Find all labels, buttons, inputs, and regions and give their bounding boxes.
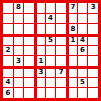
cell-r1c6-empty[interactable] (56, 3, 66, 13)
cell-r3c3-empty[interactable] (24, 24, 34, 34)
cell-r4c8-given-4[interactable]: 4 (78, 35, 88, 45)
cell-r7c9-empty[interactable] (88, 67, 98, 77)
cell-r3c7-given-8[interactable]: 8 (67, 24, 77, 34)
cell-r1c7-given-7[interactable]: 7 (67, 3, 77, 13)
cell-r3c4-empty[interactable] (35, 24, 45, 34)
cell-r7c4-given-3[interactable]: 3 (35, 67, 45, 77)
cell-r8c1-given-4[interactable]: 4 (3, 78, 13, 88)
cell-r4c9-empty[interactable] (88, 35, 98, 45)
cell-r9c3-empty[interactable] (24, 88, 34, 98)
cell-r6c8-empty[interactable] (78, 56, 88, 66)
cell-r4c3-empty[interactable] (24, 35, 34, 45)
cell-r1c1-empty[interactable] (3, 3, 13, 13)
cell-r4c1-empty[interactable] (3, 35, 13, 45)
cell-r4c2-empty[interactable] (14, 35, 24, 45)
cell-r8c5-empty[interactable] (46, 78, 56, 88)
cell-r9c7-empty[interactable] (67, 88, 77, 98)
cell-r9c5-empty[interactable] (46, 88, 56, 98)
cell-r8c8-given-5[interactable]: 5 (78, 78, 88, 88)
cell-r8c7-empty[interactable] (67, 78, 77, 88)
cell-r5c7-empty[interactable] (67, 46, 77, 56)
cell-r1c2-given-8[interactable]: 8 (14, 3, 24, 13)
cell-r5c8-given-6[interactable]: 6 (78, 46, 88, 56)
cell-r3c6-empty[interactable] (56, 24, 66, 34)
cell-r4c7-given-1[interactable]: 1 (67, 35, 77, 45)
cell-r8c3-empty[interactable] (24, 78, 34, 88)
cell-r5c5-empty[interactable] (46, 46, 56, 56)
cell-r7c2-empty[interactable] (14, 67, 24, 77)
cell-r7c3-empty[interactable] (24, 67, 34, 77)
cell-r2c7-empty[interactable] (67, 14, 77, 24)
cell-r9c6-empty[interactable] (56, 88, 66, 98)
cell-r2c8-empty[interactable] (78, 14, 88, 24)
cell-r8c6-empty[interactable] (56, 78, 66, 88)
cell-r3c9-empty[interactable] (88, 24, 98, 34)
cell-r3c2-empty[interactable] (14, 24, 24, 34)
cell-r6c5-empty[interactable] (46, 56, 56, 66)
cell-r6c7-empty[interactable] (67, 56, 77, 66)
sudoku-board: 87348514263137456 (0, 0, 101, 101)
cell-r6c9-empty[interactable] (88, 56, 98, 66)
cell-r7c1-empty[interactable] (3, 67, 13, 77)
cell-r7c6-given-7[interactable]: 7 (56, 67, 66, 77)
cell-r5c6-empty[interactable] (56, 46, 66, 56)
cell-r8c4-empty[interactable] (35, 78, 45, 88)
cell-r2c5-given-4[interactable]: 4 (46, 14, 56, 24)
cell-r5c9-empty[interactable] (88, 46, 98, 56)
cell-r9c8-empty[interactable] (78, 88, 88, 98)
cell-r1c9-given-3[interactable]: 3 (88, 3, 98, 13)
cell-r7c8-empty[interactable] (78, 67, 88, 77)
cell-r9c4-empty[interactable] (35, 88, 45, 98)
cell-r3c1-empty[interactable] (3, 24, 13, 34)
cell-r3c5-empty[interactable] (46, 24, 56, 34)
cell-r6c4-given-1[interactable]: 1 (35, 56, 45, 66)
cell-r2c9-empty[interactable] (88, 14, 98, 24)
cell-r6c2-given-3[interactable]: 3 (14, 56, 24, 66)
cell-r2c1-empty[interactable] (3, 14, 13, 24)
cell-r1c8-empty[interactable] (78, 3, 88, 13)
cell-r7c7-empty[interactable] (67, 67, 77, 77)
cell-r2c3-empty[interactable] (24, 14, 34, 24)
cell-r5c3-empty[interactable] (24, 46, 34, 56)
cell-r2c6-empty[interactable] (56, 14, 66, 24)
cell-r4c5-given-5[interactable]: 5 (46, 35, 56, 45)
cell-r2c2-empty[interactable] (14, 14, 24, 24)
cell-r3c8-empty[interactable] (78, 24, 88, 34)
cell-r6c1-empty[interactable] (3, 56, 13, 66)
cell-r5c2-empty[interactable] (14, 46, 24, 56)
cell-r9c1-given-6[interactable]: 6 (3, 88, 13, 98)
cell-r4c4-empty[interactable] (35, 35, 45, 45)
cell-r5c4-empty[interactable] (35, 46, 45, 56)
cell-r2c4-empty[interactable] (35, 14, 45, 24)
cell-r6c6-empty[interactable] (56, 56, 66, 66)
cell-r8c9-empty[interactable] (88, 78, 98, 88)
cell-r9c9-empty[interactable] (88, 88, 98, 98)
cell-r9c2-empty[interactable] (14, 88, 24, 98)
cell-r5c1-given-2[interactable]: 2 (3, 46, 13, 56)
cell-r8c2-empty[interactable] (14, 78, 24, 88)
cell-r6c3-empty[interactable] (24, 56, 34, 66)
cell-r4c6-empty[interactable] (56, 35, 66, 45)
cell-r1c5-empty[interactable] (46, 3, 56, 13)
cell-r1c4-empty[interactable] (35, 3, 45, 13)
cell-r1c3-empty[interactable] (24, 3, 34, 13)
cell-r7c5-empty[interactable] (46, 67, 56, 77)
